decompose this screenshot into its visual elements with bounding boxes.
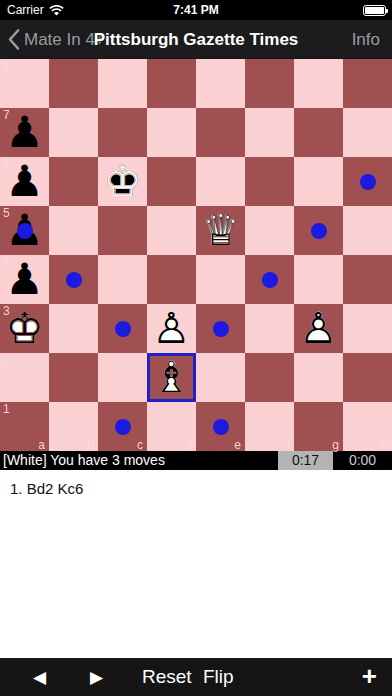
file-label-e: e <box>234 438 241 452</box>
square-a7[interactable]: 7♟ <box>0 108 49 157</box>
square-f4[interactable] <box>245 255 294 304</box>
square-a8[interactable]: 8 <box>0 59 49 108</box>
square-c6[interactable]: ♚♔ <box>98 157 147 206</box>
square-e5[interactable]: ♛♕ <box>196 206 245 255</box>
rank-label-7: 7 <box>3 108 10 122</box>
square-f1[interactable]: f <box>245 402 294 451</box>
square-d8[interactable] <box>147 59 196 108</box>
square-e1[interactable]: e <box>196 402 245 451</box>
square-h4[interactable] <box>343 255 392 304</box>
square-f7[interactable] <box>245 108 294 157</box>
square-e4[interactable] <box>196 255 245 304</box>
square-a4[interactable]: 4♟ <box>0 255 49 304</box>
square-b2[interactable] <box>49 353 98 402</box>
move-text: 1. Bd2 Kc6 <box>10 480 83 497</box>
plus-icon: + <box>362 663 377 689</box>
black-king[interactable]: ♚♔ <box>98 157 147 206</box>
flip-button[interactable]: Flip <box>203 658 234 696</box>
nav-bar: Mate In 4+ Pittsburgh Gazette Times Info <box>0 20 392 59</box>
legal-move-dot[interactable] <box>311 223 327 239</box>
move-list: 1. Bd2 Kc6 <box>0 470 392 658</box>
back-chevron-icon <box>8 29 20 50</box>
square-c8[interactable] <box>98 59 147 108</box>
reset-button[interactable]: Reset <box>142 658 192 696</box>
legal-move-dot[interactable] <box>17 223 33 239</box>
square-b8[interactable] <box>49 59 98 108</box>
add-button[interactable]: + <box>362 658 377 696</box>
rank-label-2: 2 <box>3 353 10 367</box>
step-back-button[interactable]: ◀ <box>33 658 46 696</box>
wifi-icon <box>49 5 64 16</box>
white-bishop[interactable]: ♝♗ <box>147 353 196 402</box>
app-window: Carrier 7:41 PM Mate In 4+ Pittsburgh Ga… <box>0 0 392 696</box>
square-c7[interactable] <box>98 108 147 157</box>
file-label-g: g <box>332 438 339 452</box>
square-e3[interactable] <box>196 304 245 353</box>
square-c3[interactable] <box>98 304 147 353</box>
rank-label-5: 5 <box>3 206 10 220</box>
square-d7[interactable] <box>147 108 196 157</box>
file-label-h: h <box>381 438 388 452</box>
file-label-f: f <box>287 438 290 452</box>
carrier-label: Carrier <box>7 3 44 17</box>
square-b4[interactable] <box>49 255 98 304</box>
square-a1[interactable]: 1a <box>0 402 49 451</box>
white-clock: 0:17 <box>278 451 333 470</box>
square-a3[interactable]: 3♚♔ <box>0 304 49 353</box>
black-clock: 0:00 <box>333 451 392 470</box>
legal-move-dot[interactable] <box>66 272 82 288</box>
square-g5[interactable] <box>294 206 343 255</box>
square-h2[interactable] <box>343 353 392 402</box>
square-f8[interactable] <box>245 59 294 108</box>
square-d5[interactable] <box>147 206 196 255</box>
square-a2[interactable]: 2 <box>0 353 49 402</box>
chess-board: 87♟6♟♚♔5♟♛♕4♟3♚♔♟♙♟♙2♝♗1abcdefgh <box>0 59 392 451</box>
square-d1[interactable]: d <box>147 402 196 451</box>
info-button[interactable]: Info <box>352 20 380 59</box>
rank-label-4: 4 <box>3 255 10 269</box>
square-e6[interactable] <box>196 157 245 206</box>
file-label-d: d <box>185 438 192 452</box>
square-c2[interactable] <box>98 353 147 402</box>
legal-move-dot[interactable] <box>360 174 376 190</box>
square-g8[interactable] <box>294 59 343 108</box>
white-queen[interactable]: ♛♕ <box>196 206 245 255</box>
rank-label-6: 6 <box>3 157 10 171</box>
left-arrow-icon: ◀ <box>33 667 46 687</box>
square-a5[interactable]: 5♟ <box>0 206 49 255</box>
square-h8[interactable] <box>343 59 392 108</box>
square-d4[interactable] <box>147 255 196 304</box>
back-button-label: Mate In 4+ <box>24 30 105 50</box>
white-pawn[interactable]: ♟♙ <box>294 304 343 353</box>
status-bar: Carrier 7:41 PM <box>0 0 392 20</box>
square-g3[interactable]: ♟♙ <box>294 304 343 353</box>
square-e8[interactable] <box>196 59 245 108</box>
square-h5[interactable] <box>343 206 392 255</box>
file-label-b: b <box>87 438 94 452</box>
battery-icon <box>363 5 386 16</box>
rank-label-3: 3 <box>3 304 10 318</box>
rank-label-8: 8 <box>3 59 10 73</box>
square-e2[interactable] <box>196 353 245 402</box>
square-b7[interactable] <box>49 108 98 157</box>
square-h7[interactable] <box>343 108 392 157</box>
square-d2[interactable]: ♝♗ <box>147 353 196 402</box>
square-f5[interactable] <box>245 206 294 255</box>
turn-message: [White] You have 3 moves <box>0 451 278 470</box>
white-pawn[interactable]: ♟♙ <box>147 304 196 353</box>
step-forward-button[interactable]: ▶ <box>90 658 103 696</box>
square-f2[interactable] <box>245 353 294 402</box>
legal-move-dot[interactable] <box>213 419 229 435</box>
square-d6[interactable] <box>147 157 196 206</box>
square-h6[interactable] <box>343 157 392 206</box>
square-f3[interactable] <box>245 304 294 353</box>
legal-move-dot[interactable] <box>115 321 131 337</box>
rank-label-1: 1 <box>3 402 10 416</box>
square-a6[interactable]: 6♟ <box>0 157 49 206</box>
square-b6[interactable] <box>49 157 98 206</box>
square-g2[interactable] <box>294 353 343 402</box>
legal-move-dot[interactable] <box>115 419 131 435</box>
file-label-a: a <box>38 438 45 452</box>
square-c1[interactable]: c <box>98 402 147 451</box>
square-g1[interactable]: g <box>294 402 343 451</box>
square-b1[interactable]: b <box>49 402 98 451</box>
right-arrow-icon: ▶ <box>90 667 103 687</box>
bottom-toolbar: ◀ ▶ Reset Flip + <box>0 658 392 696</box>
square-g7[interactable] <box>294 108 343 157</box>
square-g6[interactable] <box>294 157 343 206</box>
back-button[interactable]: Mate In 4+ <box>8 20 105 59</box>
square-d3[interactable]: ♟♙ <box>147 304 196 353</box>
square-g4[interactable] <box>294 255 343 304</box>
square-f6[interactable] <box>245 157 294 206</box>
square-c5[interactable] <box>98 206 147 255</box>
square-h1[interactable]: h <box>343 402 392 451</box>
file-label-c: c <box>137 438 143 452</box>
square-b5[interactable] <box>49 206 98 255</box>
game-status-strip: [White] You have 3 moves 0:17 0:00 <box>0 451 392 470</box>
square-b3[interactable] <box>49 304 98 353</box>
square-h3[interactable] <box>343 304 392 353</box>
square-e7[interactable] <box>196 108 245 157</box>
legal-move-dot[interactable] <box>213 321 229 337</box>
legal-move-dot[interactable] <box>262 272 278 288</box>
square-c4[interactable] <box>98 255 147 304</box>
